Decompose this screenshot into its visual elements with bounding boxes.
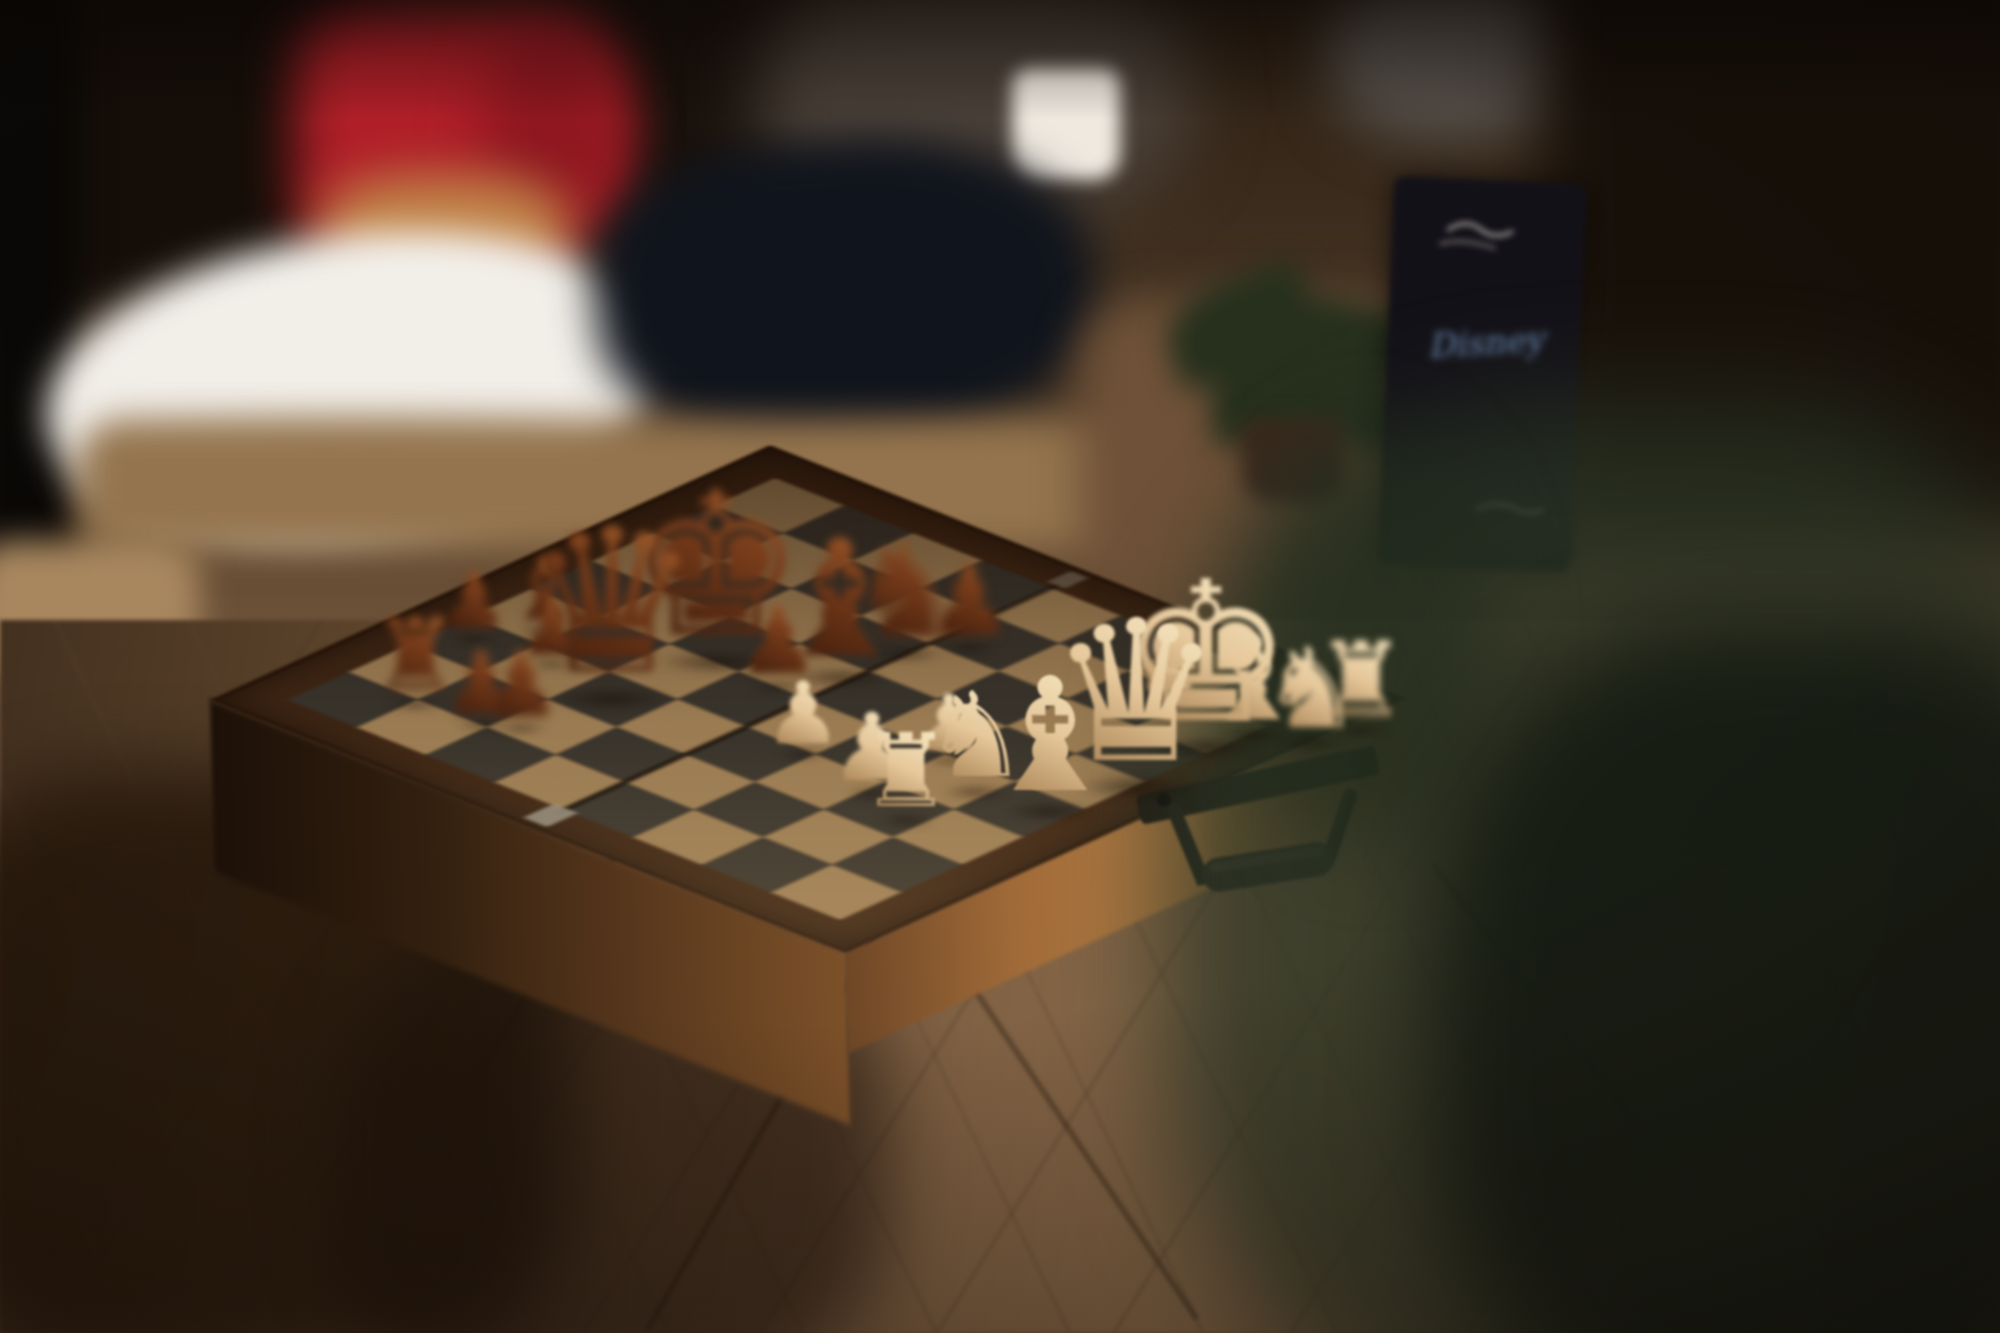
piece-white-rook-g3: ♜ bbox=[860, 720, 951, 822]
top-shadow bbox=[0, 0, 2000, 120]
piece-black-pawn-d2: ♟ bbox=[481, 640, 562, 730]
piece-white-bishop-h4: ♝ bbox=[979, 656, 1121, 814]
photo-scene: Disney ♜♟♟♟♝♟♛♚♟♝♞♟♟♟♜♟♞♝♛♟♚♝♞♜ bbox=[0, 0, 2000, 1333]
